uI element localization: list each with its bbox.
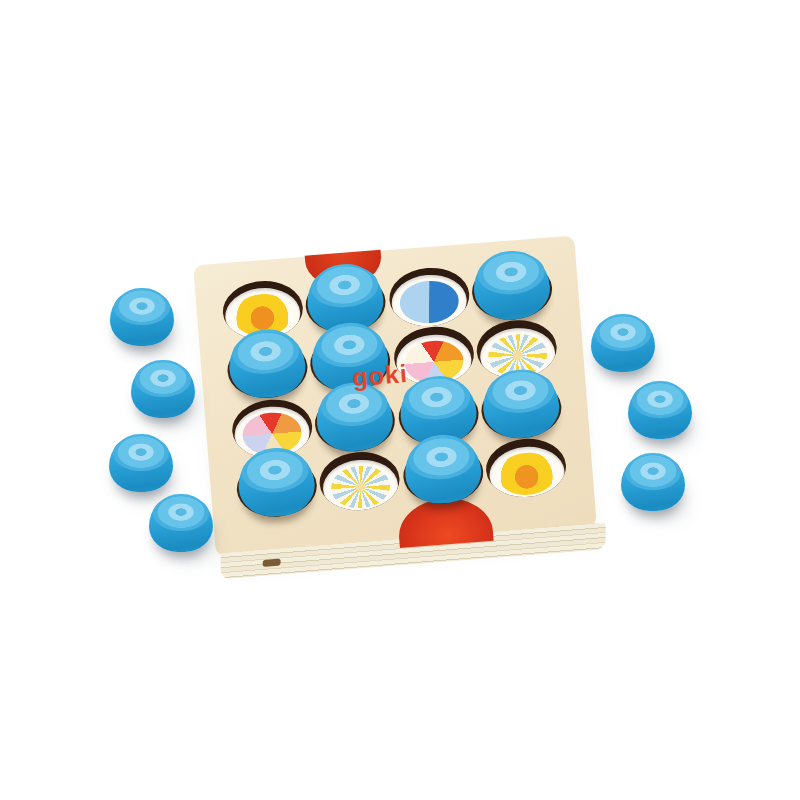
blue-cap-left-2[interactable] — [131, 360, 195, 418]
cap-top-surface — [595, 316, 651, 351]
product-photo: goki — [0, 0, 800, 800]
blue-cap-right-2[interactable] — [628, 381, 692, 439]
cap-top-surface — [153, 496, 209, 531]
cell-r3c4 — [478, 376, 566, 442]
board-hole — [318, 449, 402, 513]
cap-top-surface — [632, 383, 688, 418]
cell-r3c2 — [311, 389, 399, 455]
cell-r4c2 — [316, 448, 404, 514]
cell-r4c1 — [233, 455, 321, 521]
cell-r1c4 — [468, 257, 556, 323]
cell-r4c3 — [399, 442, 487, 508]
memory-tile-yellow-blue-pinwheel[interactable] — [321, 457, 400, 513]
board-hole — [387, 265, 471, 329]
cap-top-surface — [135, 362, 191, 397]
tile-picture — [329, 463, 391, 510]
blue-cap-right-3[interactable] — [621, 453, 685, 511]
blue-cap-left-3[interactable] — [109, 434, 173, 492]
cell-r2c1 — [223, 336, 311, 402]
blue-cap-left-1[interactable] — [110, 288, 174, 346]
cap-top-surface — [114, 290, 170, 325]
cell-r1c3 — [385, 264, 473, 330]
cap-top-surface — [113, 436, 169, 471]
cell-r4c4 — [482, 435, 570, 501]
goki-logo: goki — [351, 359, 409, 392]
blue-cap-left-4[interactable] — [149, 494, 213, 552]
game-board: goki — [193, 235, 597, 556]
tile-picture — [399, 279, 461, 326]
cap-top-surface — [625, 455, 681, 490]
tile-picture — [496, 450, 558, 497]
memory-tile-half-lightblue-half-darkblue[interactable] — [390, 272, 469, 328]
board-hole — [484, 436, 568, 500]
edge-slot — [263, 558, 281, 566]
cap-top-surface — [476, 251, 546, 297]
memory-tile-yellow-ring-orange-dot[interactable] — [487, 444, 566, 500]
blue-cap-right-1[interactable] — [591, 314, 655, 372]
blue-cap-r1c4[interactable] — [471, 248, 552, 322]
